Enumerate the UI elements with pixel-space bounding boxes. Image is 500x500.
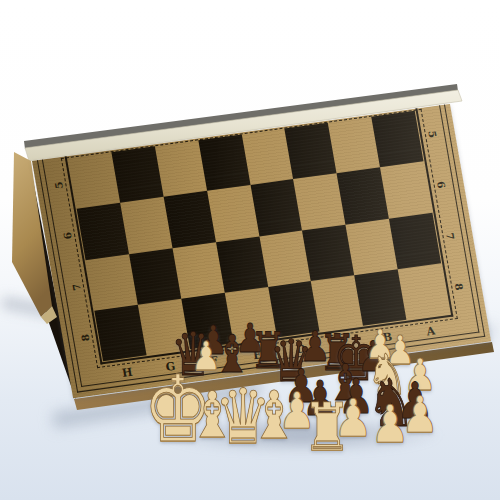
pieces-layer: ♛♟♝♟♜♛♟♜♚♟♟♟♞♟♝♟♟♟♟♚♝♛♝♟♜♟♞♟♟♟ [0, 0, 500, 500]
chess-piece-light-pawn: ♟ [401, 390, 439, 440]
product-photo: 56785678HGFEDCBA ♛♟♝♟♜♛♟♜♚♟♟♟♞♟♝♟♟♟♟♚♝♛♝… [0, 0, 500, 500]
